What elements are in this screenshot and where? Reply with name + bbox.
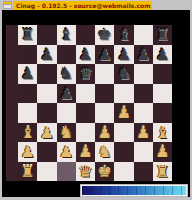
square-g8[interactable] (134, 25, 153, 45)
square-g1[interactable] (134, 162, 153, 182)
square-b2[interactable] (37, 142, 56, 162)
black-pawn-d7[interactable]: ♟ (78, 45, 92, 64)
square-b8[interactable] (37, 25, 56, 45)
white-king-e1[interactable]: ♚ (97, 162, 111, 181)
square-f4[interactable]: ♟ (114, 103, 133, 123)
black-bishop-f8[interactable]: ♝ (117, 25, 131, 44)
white-pawn-c2[interactable]: ♟ (59, 142, 73, 161)
square-a2[interactable]: ♟ (18, 142, 37, 162)
square-a6[interactable]: ♟ (18, 64, 37, 84)
black-pawn-a6[interactable]: ♟ (20, 64, 34, 83)
square-a1[interactable]: ♜ (18, 162, 37, 182)
square-a4[interactable] (18, 103, 37, 123)
square-d2[interactable]: ♟ (76, 142, 95, 162)
white-knight-e2[interactable]: ♞ (97, 142, 111, 161)
square-h5[interactable] (153, 84, 172, 104)
black-pawn-h7[interactable]: ♟ (155, 45, 169, 64)
white-pawn-a2[interactable]: ♟ (20, 142, 34, 161)
square-d1[interactable]: ♛ (76, 162, 95, 182)
square-g7[interactable]: ♟ (134, 45, 153, 65)
square-b7[interactable]: ♟ (37, 45, 56, 65)
square-c7[interactable] (57, 45, 76, 65)
square-f3[interactable] (114, 123, 133, 143)
square-f7[interactable]: ♟ (114, 45, 133, 65)
square-h1[interactable]: ♜ (153, 162, 172, 182)
black-rook-h8[interactable]: ♜ (155, 25, 169, 44)
white-pawn-b3[interactable]: ♟ (40, 123, 54, 142)
square-c6[interactable]: ♞ (57, 64, 76, 84)
white-rook-h1[interactable]: ♜ (155, 162, 169, 181)
square-a7[interactable] (18, 45, 37, 65)
square-d3[interactable] (76, 123, 95, 143)
square-h7[interactable]: ♟ (153, 45, 172, 65)
black-knight-f6[interactable]: ♞ (117, 64, 131, 83)
client-area: ♜♝♚♝♜♟♟♟♟♟♟♟♞♛♞♟♟♝♟♞♟♟♝♟♟♟♞♟♜♛♚♜ (2, 10, 190, 197)
square-e5[interactable] (95, 84, 114, 104)
square-e1[interactable]: ♚ (95, 162, 114, 182)
square-d5[interactable] (76, 84, 95, 104)
square-f2[interactable] (114, 142, 133, 162)
square-a5[interactable] (18, 84, 37, 104)
engine-progress-bar (80, 184, 188, 197)
chess-board[interactable]: ♜♝♚♝♜♟♟♟♟♟♟♟♞♛♞♟♟♝♟♞♟♟♝♟♟♟♞♟♜♛♚♜ (18, 25, 172, 181)
black-knight-c6[interactable]: ♞ (59, 64, 73, 83)
square-d8[interactable] (76, 25, 95, 45)
titlebar-spacer (152, 1, 190, 10)
square-h2[interactable]: ♟ (153, 142, 172, 162)
square-e2[interactable]: ♞ (95, 142, 114, 162)
white-pawn-e3[interactable]: ♟ (97, 123, 111, 142)
black-queen-d6[interactable]: ♛ (78, 64, 92, 83)
titlebar[interactable]: Cinag - 0.192.5 - source@webmails.com (2, 1, 190, 10)
white-pawn-f4[interactable]: ♟ (117, 103, 131, 122)
square-h4[interactable] (153, 103, 172, 123)
app-window: Cinag - 0.192.5 - source@webmails.com ♜♝… (0, 0, 192, 200)
square-b4[interactable] (37, 103, 56, 123)
window-title: Cinag - 0.192.5 - source@webmails.com (13, 1, 152, 10)
square-f6[interactable]: ♞ (114, 64, 133, 84)
white-pawn-h2[interactable]: ♟ (155, 142, 169, 161)
square-h8[interactable]: ♜ (153, 25, 172, 45)
black-pawn-e7[interactable]: ♟ (97, 45, 111, 64)
black-pawn-b7[interactable]: ♟ (40, 45, 54, 64)
square-e6[interactable] (95, 64, 114, 84)
square-f5[interactable] (114, 84, 133, 104)
square-g5[interactable] (134, 84, 153, 104)
square-c2[interactable]: ♟ (57, 142, 76, 162)
black-bishop-c8[interactable]: ♝ (59, 25, 73, 44)
square-e3[interactable]: ♟ (95, 123, 114, 143)
square-c4[interactable] (57, 103, 76, 123)
black-king-e8[interactable]: ♚ (97, 25, 111, 44)
white-bishop-a3[interactable]: ♝ (20, 123, 34, 142)
square-e7[interactable]: ♟ (95, 45, 114, 65)
square-g3[interactable]: ♟ (134, 123, 153, 143)
white-pawn-d2[interactable]: ♟ (78, 142, 92, 161)
board-left-frame (6, 25, 18, 181)
square-b6[interactable] (37, 64, 56, 84)
square-d4[interactable] (76, 103, 95, 123)
square-c1[interactable] (57, 162, 76, 182)
white-bishop-h3[interactable]: ♝ (155, 123, 169, 142)
progress-bar-fill (82, 186, 186, 195)
square-f8[interactable]: ♝ (114, 25, 133, 45)
square-b1[interactable] (37, 162, 56, 182)
square-f1[interactable] (114, 162, 133, 182)
square-h6[interactable] (153, 64, 172, 84)
square-e8[interactable]: ♚ (95, 25, 114, 45)
square-a8[interactable]: ♜ (18, 25, 37, 45)
square-b5[interactable] (37, 84, 56, 104)
black-rook-a8[interactable]: ♜ (20, 25, 34, 44)
square-d6[interactable]: ♛ (76, 64, 95, 84)
square-g2[interactable] (134, 142, 153, 162)
square-d7[interactable]: ♟ (76, 45, 95, 65)
square-h3[interactable]: ♝ (153, 123, 172, 143)
white-rook-a1[interactable]: ♜ (20, 162, 34, 181)
square-a3[interactable]: ♝ (18, 123, 37, 143)
square-g6[interactable] (134, 64, 153, 84)
square-c5[interactable]: ♟ (57, 84, 76, 104)
white-pawn-g3[interactable]: ♟ (136, 123, 150, 142)
square-c3[interactable]: ♞ (57, 123, 76, 143)
window-system-icon[interactable] (3, 1, 12, 9)
black-pawn-c5[interactable]: ♟ (59, 84, 73, 103)
square-e4[interactable] (95, 103, 114, 123)
square-g4[interactable] (134, 103, 153, 123)
black-pawn-g7[interactable]: ♟ (136, 45, 150, 64)
square-b3[interactable]: ♟ (37, 123, 56, 143)
black-pawn-f7[interactable]: ♟ (117, 45, 131, 64)
white-knight-c3[interactable]: ♞ (59, 123, 73, 142)
white-queen-d1[interactable]: ♛ (78, 162, 92, 181)
square-c8[interactable]: ♝ (57, 25, 76, 45)
